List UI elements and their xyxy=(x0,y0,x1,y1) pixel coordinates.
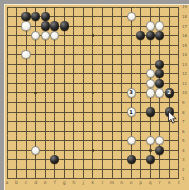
white-stone xyxy=(41,31,50,40)
white-stone xyxy=(21,21,30,30)
black-stone xyxy=(50,21,59,30)
black-stone xyxy=(60,21,69,30)
white-stone xyxy=(155,88,164,97)
black-stone xyxy=(21,12,30,21)
stone-move-number: 1 xyxy=(129,110,132,115)
black-stone xyxy=(41,12,50,21)
white-stone xyxy=(146,69,155,78)
black-stone xyxy=(155,146,164,155)
stones-layer: 231 xyxy=(2,2,183,183)
black-stone xyxy=(127,155,136,164)
black-stone xyxy=(155,31,164,40)
white-stone xyxy=(31,146,40,155)
white-stone xyxy=(127,12,136,21)
black-stone xyxy=(50,155,59,164)
black-stone: 2 xyxy=(165,88,174,97)
white-stone xyxy=(127,136,136,145)
black-stone xyxy=(146,155,155,164)
black-stone xyxy=(146,31,155,40)
black-stone xyxy=(146,107,155,116)
go-app-screenshot: 231 abcdefghjklmnopqrst 1918171615141312… xyxy=(0,0,189,190)
white-stone xyxy=(155,136,164,145)
stone-move-number: 2 xyxy=(168,90,171,95)
black-stone xyxy=(155,60,164,69)
white-stone xyxy=(146,88,155,97)
black-stone xyxy=(41,21,50,30)
black-stone xyxy=(136,31,145,40)
white-stone xyxy=(50,31,59,40)
black-stone xyxy=(155,69,164,78)
white-stone xyxy=(31,31,40,40)
white-stone xyxy=(21,50,30,59)
white-stone xyxy=(146,136,155,145)
white-stone xyxy=(146,79,155,88)
white-stone xyxy=(146,21,155,30)
black-stone xyxy=(165,107,174,116)
black-stone xyxy=(155,79,164,88)
white-stone: 3 xyxy=(127,88,136,97)
white-stone: 1 xyxy=(127,107,136,116)
stone-move-number: 3 xyxy=(129,90,132,95)
white-stone xyxy=(155,21,164,30)
black-stone xyxy=(31,12,40,21)
